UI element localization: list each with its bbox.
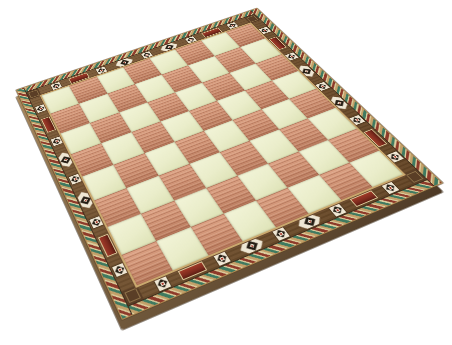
chess-board bbox=[16, 8, 443, 320]
product-photo-stage bbox=[0, 0, 452, 345]
